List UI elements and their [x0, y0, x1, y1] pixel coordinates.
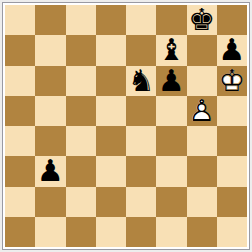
square-a6[interactable] [5, 66, 35, 96]
chess-board: ♚♝♟♞♟♚♔♟♙♟ [5, 5, 247, 247]
square-d7[interactable] [96, 35, 126, 65]
black-king[interactable]: ♚ [187, 5, 217, 35]
square-f3[interactable] [156, 156, 186, 186]
square-a8[interactable] [5, 5, 35, 35]
black-knight-glyph-fill: ♞ [126, 66, 156, 96]
square-d5[interactable] [96, 96, 126, 126]
square-b5[interactable] [35, 96, 65, 126]
black-pawn[interactable]: ♟ [156, 66, 186, 96]
square-g8[interactable]: ♚ [187, 5, 217, 35]
square-e7[interactable] [126, 35, 156, 65]
square-a1[interactable] [5, 217, 35, 247]
square-g1[interactable] [187, 217, 217, 247]
square-b8[interactable] [35, 5, 65, 35]
white-king-glyph-outline: ♔ [217, 66, 247, 96]
white-pawn-glyph-outline: ♙ [187, 96, 217, 126]
square-d6[interactable] [96, 66, 126, 96]
square-b4[interactable] [35, 126, 65, 156]
square-c6[interactable] [66, 66, 96, 96]
square-f6[interactable]: ♟ [156, 66, 186, 96]
square-b2[interactable] [35, 187, 65, 217]
chess-board-window: ♚♝♟♞♟♚♔♟♙♟ [0, 0, 252, 252]
square-b6[interactable] [35, 66, 65, 96]
square-d3[interactable] [96, 156, 126, 186]
square-e1[interactable] [126, 217, 156, 247]
square-g6[interactable] [187, 66, 217, 96]
square-h4[interactable] [217, 126, 247, 156]
square-e6[interactable]: ♞ [126, 66, 156, 96]
square-g7[interactable] [187, 35, 217, 65]
square-b1[interactable] [35, 217, 65, 247]
square-e3[interactable] [126, 156, 156, 186]
square-h2[interactable] [217, 187, 247, 217]
square-c2[interactable] [66, 187, 96, 217]
square-c1[interactable] [66, 217, 96, 247]
square-f2[interactable] [156, 187, 186, 217]
square-f7[interactable]: ♝ [156, 35, 186, 65]
black-bishop[interactable]: ♝ [156, 35, 186, 65]
black-knight[interactable]: ♞ [126, 66, 156, 96]
square-d8[interactable] [96, 5, 126, 35]
square-a5[interactable] [5, 96, 35, 126]
square-a2[interactable] [5, 187, 35, 217]
black-pawn[interactable]: ♟ [217, 35, 247, 65]
square-g3[interactable] [187, 156, 217, 186]
square-f1[interactable] [156, 217, 186, 247]
square-c3[interactable] [66, 156, 96, 186]
black-bishop-glyph-fill: ♝ [156, 35, 186, 65]
square-d4[interactable] [96, 126, 126, 156]
square-g5[interactable]: ♟♙ [187, 96, 217, 126]
square-f5[interactable] [156, 96, 186, 126]
square-e4[interactable] [126, 126, 156, 156]
square-h5[interactable] [217, 96, 247, 126]
black-pawn-glyph-fill: ♟ [217, 35, 247, 65]
square-a4[interactable] [5, 126, 35, 156]
square-c5[interactable] [66, 96, 96, 126]
square-d1[interactable] [96, 217, 126, 247]
square-h8[interactable] [217, 5, 247, 35]
square-b7[interactable] [35, 35, 65, 65]
square-e2[interactable] [126, 187, 156, 217]
white-king[interactable]: ♚♔ [217, 66, 247, 96]
white-pawn[interactable]: ♟♙ [187, 96, 217, 126]
square-h6[interactable]: ♚♔ [217, 66, 247, 96]
square-c7[interactable] [66, 35, 96, 65]
square-h7[interactable]: ♟ [217, 35, 247, 65]
square-c8[interactable] [66, 5, 96, 35]
square-h1[interactable] [217, 217, 247, 247]
square-g2[interactable] [187, 187, 217, 217]
black-king-glyph-fill: ♚ [187, 5, 217, 35]
square-f4[interactable] [156, 126, 186, 156]
square-a7[interactable] [5, 35, 35, 65]
square-b3[interactable]: ♟ [35, 156, 65, 186]
square-h3[interactable] [217, 156, 247, 186]
square-a3[interactable] [5, 156, 35, 186]
square-d2[interactable] [96, 187, 126, 217]
square-g4[interactable] [187, 126, 217, 156]
square-f8[interactable] [156, 5, 186, 35]
square-e5[interactable] [126, 96, 156, 126]
black-pawn-glyph-fill: ♟ [35, 156, 65, 186]
black-pawn[interactable]: ♟ [35, 156, 65, 186]
square-e8[interactable] [126, 5, 156, 35]
square-c4[interactable] [66, 126, 96, 156]
black-pawn-glyph-fill: ♟ [156, 66, 186, 96]
